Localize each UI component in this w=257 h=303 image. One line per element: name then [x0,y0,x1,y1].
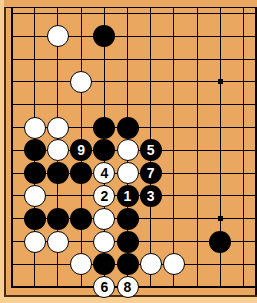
stone-black-E12[interactable] [93,25,115,47]
stone-black-F3[interactable] [117,231,139,253]
stone-white-D10[interactable] [70,71,92,93]
move-number-label: 2 [100,189,108,203]
stone-black-K3[interactable] [209,231,231,253]
stone-black-D7[interactable]: 9 [70,139,92,161]
stone-white-E4[interactable] [93,208,115,230]
stone-white-C3[interactable] [47,231,69,253]
stone-black-F4[interactable] [117,208,139,230]
stone-black-G6[interactable]: 7 [140,162,162,184]
board-edge-shadow-left [4,7,6,297]
stone-black-F2[interactable] [117,253,139,275]
stone-black-D6[interactable] [70,162,92,184]
stone-white-B8[interactable] [24,117,46,139]
stone-black-B4[interactable] [24,208,46,230]
stone-black-E8[interactable] [93,117,115,139]
crop-border-right [255,7,257,297]
move-number-label: 5 [147,143,155,157]
stone-black-G5[interactable]: 3 [140,185,162,207]
move-number-label: 4 [100,166,108,180]
stone-black-C4[interactable] [47,208,69,230]
stone-black-E7[interactable] [93,139,115,161]
stone-white-H2[interactable] [163,253,185,275]
move-number-label: 3 [147,189,155,203]
stone-black-F8[interactable] [117,117,139,139]
stone-white-E5[interactable]: 2 [93,185,115,207]
stone-white-F7[interactable] [117,139,139,161]
stone-white-E6[interactable]: 4 [93,162,115,184]
stone-black-F5[interactable]: 1 [117,185,139,207]
stone-black-B6[interactable] [24,162,46,184]
stone-white-C12[interactable] [47,25,69,47]
star-point-K10 [218,79,223,84]
move-number-label: 6 [100,280,108,294]
go-board[interactable]: 954721368 [0,0,257,303]
stone-white-D2[interactable] [70,253,92,275]
stone-black-B7[interactable] [24,139,46,161]
move-number-label: 8 [124,280,132,294]
star-point-K4 [218,216,223,221]
stone-black-C6[interactable] [47,162,69,184]
stone-white-F1[interactable]: 8 [117,276,139,298]
move-number-label: 1 [124,189,132,203]
move-number-label: 7 [147,166,155,180]
move-number-label: 9 [77,143,85,157]
stone-white-B3[interactable] [24,231,46,253]
stone-white-E3[interactable] [93,231,115,253]
stone-black-D4[interactable] [70,208,92,230]
stone-white-G2[interactable] [140,253,162,275]
stone-black-G7[interactable]: 5 [140,139,162,161]
stone-white-C8[interactable] [47,117,69,139]
stone-black-E2[interactable] [93,253,115,275]
stone-white-C7[interactable] [47,139,69,161]
board-edge-highlight-left [0,0,4,303]
stone-white-F6[interactable] [117,162,139,184]
stone-white-B5[interactable] [24,185,46,207]
